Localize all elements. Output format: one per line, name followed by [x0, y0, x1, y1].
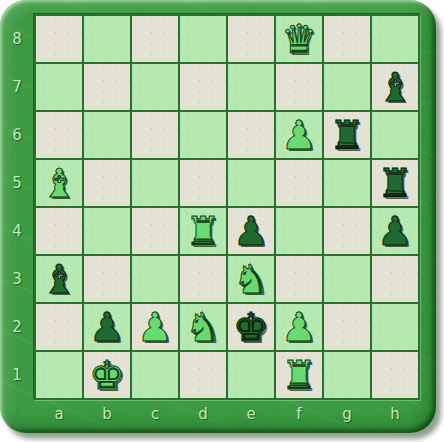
square-c2[interactable]: ♟ [132, 304, 178, 350]
square-f1[interactable]: ♜ [276, 352, 322, 398]
rank-label: 1 [0, 352, 34, 398]
square-h4[interactable]: ♟ [372, 208, 418, 254]
square-c1[interactable] [132, 352, 178, 398]
piece-white-king[interactable]: ♚ [89, 352, 125, 398]
square-f3[interactable] [276, 256, 322, 302]
square-c3[interactable] [132, 256, 178, 302]
file-label: h [372, 400, 418, 428]
square-e7[interactable] [228, 64, 274, 110]
square-a8[interactable] [36, 16, 82, 62]
square-a1[interactable] [36, 352, 82, 398]
square-f7[interactable] [276, 64, 322, 110]
piece-black-rook[interactable]: ♜ [377, 160, 413, 206]
file-label: e [228, 400, 274, 428]
square-c5[interactable] [132, 160, 178, 206]
square-a3[interactable]: ♝ [36, 256, 82, 302]
square-d5[interactable] [180, 160, 226, 206]
square-d1[interactable] [180, 352, 226, 398]
piece-white-rook[interactable]: ♜ [185, 208, 221, 254]
rank-label: 6 [0, 112, 34, 158]
file-label: b [84, 400, 130, 428]
piece-white-queen[interactable]: ♛ [281, 16, 317, 62]
file-labels: abcdefgh [34, 400, 420, 428]
square-b6[interactable] [84, 112, 130, 158]
square-d4[interactable]: ♜ [180, 208, 226, 254]
square-g6[interactable]: ♜ [324, 112, 370, 158]
square-b2[interactable]: ♟ [84, 304, 130, 350]
square-e1[interactable] [228, 352, 274, 398]
square-h3[interactable] [372, 256, 418, 302]
square-h6[interactable] [372, 112, 418, 158]
square-f2[interactable]: ♟ [276, 304, 322, 350]
square-b7[interactable] [84, 64, 130, 110]
square-a2[interactable] [36, 304, 82, 350]
piece-black-rook[interactable]: ♜ [329, 112, 365, 158]
square-e8[interactable] [228, 16, 274, 62]
square-g2[interactable] [324, 304, 370, 350]
piece-black-pawn[interactable]: ♟ [89, 304, 125, 350]
square-d6[interactable] [180, 112, 226, 158]
piece-white-knight[interactable]: ♞ [233, 256, 269, 302]
piece-white-pawn[interactable]: ♟ [137, 304, 173, 350]
square-d7[interactable] [180, 64, 226, 110]
square-e3[interactable]: ♞ [228, 256, 274, 302]
file-label: g [324, 400, 370, 428]
rank-label: 8 [0, 16, 34, 62]
square-c4[interactable] [132, 208, 178, 254]
file-label: d [180, 400, 226, 428]
square-g5[interactable] [324, 160, 370, 206]
rank-label: 7 [0, 64, 34, 110]
square-h1[interactable] [372, 352, 418, 398]
square-f5[interactable] [276, 160, 322, 206]
square-d8[interactable] [180, 16, 226, 62]
square-h2[interactable] [372, 304, 418, 350]
rank-label: 2 [0, 304, 34, 350]
square-h5[interactable]: ♜ [372, 160, 418, 206]
piece-white-rook[interactable]: ♜ [281, 352, 317, 398]
square-g1[interactable] [324, 352, 370, 398]
square-b8[interactable] [84, 16, 130, 62]
chess-board[interactable]: ♛♝♟♜♝♜♜♟♟♝♞♟♟♞♚♟♚♜ [34, 14, 420, 400]
square-c6[interactable] [132, 112, 178, 158]
square-e5[interactable] [228, 160, 274, 206]
piece-black-king[interactable]: ♚ [233, 304, 269, 350]
square-b5[interactable] [84, 160, 130, 206]
square-f8[interactable]: ♛ [276, 16, 322, 62]
square-e4[interactable]: ♟ [228, 208, 274, 254]
piece-white-knight[interactable]: ♞ [185, 304, 221, 350]
file-label: a [36, 400, 82, 428]
board-frame: 87654321 ♛♝♟♜♝♜♜♟♟♝♞♟♟♞♚♟♚♜ abcdefgh [0, 0, 436, 433]
square-h8[interactable] [372, 16, 418, 62]
piece-white-pawn[interactable]: ♟ [281, 304, 317, 350]
piece-white-pawn[interactable]: ♟ [281, 112, 317, 158]
rank-label: 3 [0, 256, 34, 302]
square-a6[interactable] [36, 112, 82, 158]
square-a7[interactable] [36, 64, 82, 110]
piece-white-bishop[interactable]: ♝ [41, 160, 77, 206]
square-g3[interactable] [324, 256, 370, 302]
file-label: c [132, 400, 178, 428]
square-g7[interactable] [324, 64, 370, 110]
square-f4[interactable] [276, 208, 322, 254]
rank-label: 4 [0, 208, 34, 254]
square-b3[interactable] [84, 256, 130, 302]
square-f6[interactable]: ♟ [276, 112, 322, 158]
piece-black-bishop[interactable]: ♝ [377, 64, 413, 110]
square-b4[interactable] [84, 208, 130, 254]
square-e6[interactable] [228, 112, 274, 158]
piece-black-pawn[interactable]: ♟ [233, 208, 269, 254]
square-a4[interactable] [36, 208, 82, 254]
rank-label: 5 [0, 160, 34, 206]
square-c8[interactable] [132, 16, 178, 62]
rank-labels: 87654321 [0, 14, 34, 400]
square-d3[interactable] [180, 256, 226, 302]
square-h7[interactable]: ♝ [372, 64, 418, 110]
square-b1[interactable]: ♚ [84, 352, 130, 398]
square-a5[interactable]: ♝ [36, 160, 82, 206]
square-e2[interactable]: ♚ [228, 304, 274, 350]
square-c7[interactable] [132, 64, 178, 110]
square-g8[interactable] [324, 16, 370, 62]
piece-black-bishop[interactable]: ♝ [41, 256, 77, 302]
file-label: f [276, 400, 322, 428]
square-g4[interactable] [324, 208, 370, 254]
piece-black-pawn[interactable]: ♟ [377, 208, 413, 254]
square-d2[interactable]: ♞ [180, 304, 226, 350]
